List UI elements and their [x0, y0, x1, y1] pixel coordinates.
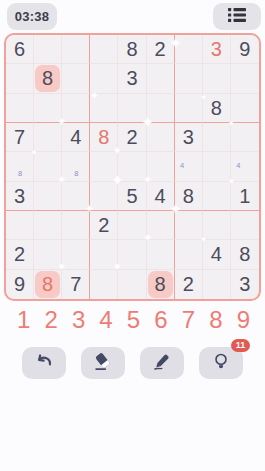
note-digit — [17, 161, 24, 168]
cell-value: 9 — [239, 39, 250, 59]
cell-value-error: 8 — [42, 274, 53, 294]
cell-r9c9[interactable]: 3 — [231, 270, 259, 299]
cell-value: 7 — [14, 127, 25, 147]
note-digit — [73, 161, 80, 168]
cell-r9c8[interactable] — [203, 270, 231, 299]
cell-r8c7[interactable] — [175, 240, 203, 269]
cell-r5c3[interactable]: 8 — [62, 152, 90, 181]
note-digit — [185, 161, 192, 170]
cell-r9c7[interactable]: 2 — [175, 270, 203, 299]
cell-r9c5[interactable] — [118, 270, 146, 299]
cell-r1c3[interactable] — [62, 35, 90, 64]
cell-r8c8[interactable]: 4 — [203, 240, 231, 269]
note-digit — [66, 169, 73, 178]
note-digit — [179, 170, 186, 177]
cell-r8c4[interactable] — [90, 240, 118, 269]
note-digit — [192, 170, 199, 177]
cell-r8c2[interactable] — [34, 240, 62, 269]
cell-r2c8[interactable] — [203, 64, 231, 93]
cell-r4c7[interactable]: 3 — [175, 123, 203, 152]
cell-r7c1[interactable] — [6, 211, 34, 240]
sudoku-grid: 68239838748238844354812248987823 — [6, 35, 259, 299]
cell-r1c1[interactable]: 6 — [6, 35, 34, 64]
note-digit — [80, 161, 87, 168]
cell-value: 2 — [98, 215, 109, 235]
note-digit — [192, 154, 199, 161]
note-digit — [66, 161, 73, 168]
cell-r6c9[interactable]: 1 — [231, 182, 259, 211]
cell-r9c4[interactable] — [90, 270, 118, 299]
cell-r6c7[interactable]: 8 — [175, 182, 203, 211]
pen-icon — [151, 351, 173, 376]
cell-r2c1[interactable] — [6, 64, 34, 93]
cell-value: 4 — [155, 186, 166, 206]
note-digit — [10, 154, 17, 161]
numpad-6[interactable]: 6 — [152, 308, 169, 332]
timer-text: 03:38 — [15, 9, 50, 24]
cell-r9c2[interactable]: 8 — [34, 270, 62, 299]
cell-r5c6[interactable] — [147, 152, 175, 181]
sudoku-board: 68239838748238844354812248987823 ✦ ✦ ● ✦… — [4, 33, 261, 301]
cell-r1c9[interactable]: 9 — [231, 35, 259, 64]
undo-icon — [33, 351, 55, 376]
cell-value: 2 — [14, 244, 25, 264]
numpad-7[interactable]: 7 — [180, 308, 197, 332]
cell-value: 8 — [155, 274, 166, 294]
cell-r5c9[interactable]: 4 — [231, 152, 259, 181]
cell-r7c3[interactable] — [62, 211, 90, 240]
cell-value-error: 8 — [98, 127, 109, 147]
lightbulb-icon — [210, 351, 232, 376]
cell-r1c4[interactable] — [90, 35, 118, 64]
cell-value: 7 — [70, 274, 81, 294]
cell-r3c3[interactable] — [62, 94, 90, 123]
cell-r8c5[interactable] — [118, 240, 146, 269]
note-digit: 8 — [17, 169, 24, 178]
note-digit — [235, 154, 242, 161]
undo-button[interactable] — [22, 347, 66, 379]
note-digit — [249, 170, 256, 177]
cell-r5c1[interactable]: 8 — [6, 152, 34, 181]
cell-value: 8 — [239, 244, 250, 264]
numpad-2[interactable]: 2 — [42, 308, 59, 332]
cell-value: 8 — [42, 68, 53, 88]
cell-r9c1[interactable]: 9 — [6, 270, 34, 299]
cell-r6c2[interactable] — [34, 182, 62, 211]
note-digit — [10, 161, 17, 168]
note-digit — [17, 154, 24, 161]
cell-value: 3 — [14, 186, 25, 206]
note-digit — [73, 154, 80, 161]
cell-r3c5[interactable] — [118, 94, 146, 123]
cell-value: 8 — [211, 98, 222, 118]
cell-r6c8[interactable] — [203, 182, 231, 211]
cell-r6c3[interactable] — [62, 182, 90, 211]
cell-r3c2[interactable] — [34, 94, 62, 123]
note-digit: 4 — [179, 161, 186, 170]
numpad-1[interactable]: 1 — [15, 308, 32, 332]
cell-r6c5[interactable]: 5 — [118, 182, 146, 211]
cell-r7c2[interactable] — [34, 211, 62, 240]
hint-button[interactable]: 11 — [199, 347, 243, 379]
cell-value: 4 — [70, 127, 81, 147]
note-digit — [23, 154, 30, 161]
cell-value: 8 — [183, 186, 194, 206]
cell-r2c5[interactable]: 3 — [118, 64, 146, 93]
cell-r3c4[interactable] — [90, 94, 118, 123]
cell-r8c3[interactable] — [62, 240, 90, 269]
note-digit — [23, 161, 30, 168]
cell-r7c5[interactable] — [118, 211, 146, 240]
numpad-4[interactable]: 4 — [97, 308, 114, 332]
note-digit — [179, 154, 186, 161]
cell-r5c7[interactable]: 4 — [175, 152, 203, 181]
cell-value: 1 — [239, 186, 250, 206]
cell-value: 5 — [126, 186, 137, 206]
note-digit — [23, 169, 30, 178]
cell-r5c4[interactable] — [90, 152, 118, 181]
cell-r4c3[interactable]: 4 — [62, 123, 90, 152]
note-digit: 8 — [73, 169, 80, 178]
cell-r1c8[interactable]: 3 — [203, 35, 231, 64]
cell-r1c7[interactable] — [175, 35, 203, 64]
cell-r7c8[interactable] — [203, 211, 231, 240]
pen-button[interactable] — [140, 347, 184, 379]
note-digit — [235, 170, 242, 177]
cell-value: 3 — [183, 127, 194, 147]
cell-value: 9 — [14, 274, 25, 294]
cell-r2c3[interactable] — [62, 64, 90, 93]
cell-r3c9[interactable] — [231, 94, 259, 123]
cell-value: 4 — [211, 244, 222, 264]
cell-r2c7[interactable] — [175, 64, 203, 93]
cell-r2c4[interactable] — [90, 64, 118, 93]
eraser-button[interactable] — [81, 347, 125, 379]
cell-notes: 4 — [175, 152, 202, 180]
note-digit — [185, 154, 192, 161]
cell-value: 3 — [126, 68, 137, 88]
cell-r2c2[interactable]: 8 — [34, 64, 62, 93]
note-digit: 4 — [235, 161, 242, 170]
cell-r5c8[interactable] — [203, 152, 231, 181]
cell-value: 6 — [14, 39, 25, 59]
note-digit — [10, 169, 17, 178]
cell-r4c6[interactable] — [147, 123, 175, 152]
cell-r1c5[interactable]: 8 — [118, 35, 146, 64]
cell-r3c7[interactable] — [175, 94, 203, 123]
cell-r5c2[interactable] — [34, 152, 62, 181]
note-digit — [80, 169, 87, 178]
note-digit — [242, 170, 249, 177]
note-digit — [192, 161, 199, 170]
cell-r4c2[interactable] — [34, 123, 62, 152]
cell-value: 8 — [126, 39, 137, 59]
timer-display: 03:38 — [7, 3, 57, 30]
cell-value: 3 — [239, 274, 250, 294]
cell-r6c6[interactable]: 4 — [147, 182, 175, 211]
cell-value: 2 — [155, 39, 166, 59]
cell-r6c4[interactable] — [90, 182, 118, 211]
numpad-5[interactable]: 5 — [125, 308, 142, 332]
cell-r8c9[interactable]: 8 — [231, 240, 259, 269]
cell-r1c6[interactable]: 2 — [147, 35, 175, 64]
cell-notes: 8 — [62, 152, 89, 180]
cell-r7c6[interactable] — [147, 211, 175, 240]
list-menu-icon — [226, 6, 248, 28]
note-digit — [80, 154, 87, 161]
number-pad: 123456789 — [0, 300, 265, 340]
sudoku-app: 03:38 68239838748238844354812248987823 ✦… — [0, 0, 265, 471]
note-digit — [249, 161, 256, 170]
numpad-8[interactable]: 8 — [207, 308, 224, 332]
cell-r4c1[interactable]: 7 — [6, 123, 34, 152]
cell-value-error: 3 — [211, 39, 222, 59]
note-digit — [242, 154, 249, 161]
cell-r2c6[interactable] — [147, 64, 175, 93]
cell-r3c8[interactable]: 8 — [203, 94, 231, 123]
toolbar: 11 — [0, 347, 265, 379]
cell-notes: 8 — [6, 152, 33, 180]
cell-notes: 4 — [231, 152, 259, 180]
cell-r9c3[interactable]: 7 — [62, 270, 90, 299]
cell-r8c6[interactable] — [147, 240, 175, 269]
cell-r7c9[interactable] — [231, 211, 259, 240]
menu-button[interactable] — [213, 3, 261, 30]
hint-count-badge: 11 — [231, 339, 250, 352]
cell-value: 2 — [183, 274, 194, 294]
cell-r3c6[interactable] — [147, 94, 175, 123]
cell-r5c5[interactable] — [118, 152, 146, 181]
cell-r7c4[interactable]: 2 — [90, 211, 118, 240]
cell-r3c1[interactable] — [6, 94, 34, 123]
cell-r4c5[interactable]: 2 — [118, 123, 146, 152]
cell-r4c8[interactable] — [203, 123, 231, 152]
cell-r1c2[interactable] — [34, 35, 62, 64]
cell-r8c1[interactable]: 2 — [6, 240, 34, 269]
cell-value: 2 — [126, 127, 137, 147]
cell-r2c9[interactable] — [231, 64, 259, 93]
cell-r9c6[interactable]: 8 — [147, 270, 175, 299]
cell-r4c9[interactable] — [231, 123, 259, 152]
cell-r6c1[interactable]: 3 — [6, 182, 34, 211]
note-digit — [66, 154, 73, 161]
cell-r4c4[interactable]: 8 — [90, 123, 118, 152]
eraser-icon — [92, 351, 114, 376]
cell-r7c7[interactable] — [175, 211, 203, 240]
note-digit — [185, 170, 192, 177]
note-digit — [249, 154, 256, 161]
numpad-9[interactable]: 9 — [235, 308, 252, 332]
note-digit — [242, 161, 249, 170]
numpad-3[interactable]: 3 — [70, 308, 87, 332]
